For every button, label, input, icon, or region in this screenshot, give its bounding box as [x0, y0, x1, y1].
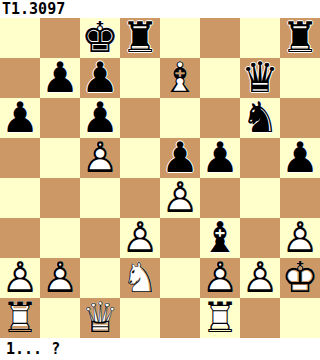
move-prompt: 1... ? [0, 338, 320, 360]
square-h4[interactable] [280, 178, 320, 218]
square-h6[interactable] [280, 98, 320, 138]
square-f7[interactable] [200, 58, 240, 98]
white-king-piece: ♚♔ [280, 258, 320, 298]
square-c7[interactable]: ♟ [80, 58, 120, 98]
square-d4[interactable] [120, 178, 160, 218]
square-d6[interactable] [120, 98, 160, 138]
square-h3[interactable]: ♟♙ [280, 218, 320, 258]
piece-outline-glyph: ♙ [80, 138, 120, 178]
black-pawn-piece: ♟ [80, 98, 120, 138]
piece-glyph: ♟ [280, 138, 320, 178]
square-e6[interactable] [160, 98, 200, 138]
square-c2[interactable] [80, 258, 120, 298]
white-rook-piece: ♜♖ [0, 298, 40, 338]
piece-outline-glyph: ♙ [280, 218, 320, 258]
square-e8[interactable] [160, 18, 200, 58]
square-e5[interactable]: ♟ [160, 138, 200, 178]
piece-outline-glyph: ♙ [120, 218, 160, 258]
black-pawn-piece: ♟ [160, 138, 200, 178]
square-b5[interactable] [40, 138, 80, 178]
square-g5[interactable] [240, 138, 280, 178]
square-h7[interactable] [280, 58, 320, 98]
square-g4[interactable] [240, 178, 280, 218]
black-pawn-piece: ♟ [280, 138, 320, 178]
piece-glyph: ♜ [120, 18, 160, 58]
square-f1[interactable]: ♜♖ [200, 298, 240, 338]
square-d2[interactable]: ♞♘ [120, 258, 160, 298]
piece-outline-glyph: ♙ [160, 178, 200, 218]
square-a1[interactable]: ♜♖ [0, 298, 40, 338]
square-a5[interactable] [0, 138, 40, 178]
black-bishop-piece: ♝ [200, 218, 240, 258]
black-rook-piece: ♜ [120, 18, 160, 58]
square-c3[interactable] [80, 218, 120, 258]
square-g8[interactable] [240, 18, 280, 58]
square-h2[interactable]: ♚♔ [280, 258, 320, 298]
square-c4[interactable] [80, 178, 120, 218]
square-h1[interactable] [280, 298, 320, 338]
black-knight-piece: ♞ [240, 98, 280, 138]
piece-glyph: ♟ [80, 98, 120, 138]
square-e7[interactable]: ♝♗ [160, 58, 200, 98]
square-b1[interactable] [40, 298, 80, 338]
piece-outline-glyph: ♙ [40, 258, 80, 298]
square-e2[interactable] [160, 258, 200, 298]
white-pawn-piece: ♟♙ [40, 258, 80, 298]
puzzle-id: T1.3097 [0, 0, 320, 18]
chess-diagram: T1.3097 ♚♜♜♟♟♝♗♛♟♟♞♟♙♟♟♟♟♙♟♙♝♟♙♟♙♟♙♞♘♟♙♟… [0, 0, 320, 360]
square-a6[interactable]: ♟ [0, 98, 40, 138]
square-g1[interactable] [240, 298, 280, 338]
piece-glyph: ♟ [160, 138, 200, 178]
white-pawn-piece: ♟♙ [280, 218, 320, 258]
square-c1[interactable]: ♛♕ [80, 298, 120, 338]
square-e4[interactable]: ♟♙ [160, 178, 200, 218]
piece-glyph: ♚ [80, 18, 120, 58]
square-d7[interactable] [120, 58, 160, 98]
square-f3[interactable]: ♝ [200, 218, 240, 258]
square-f5[interactable]: ♟ [200, 138, 240, 178]
square-c6[interactable]: ♟ [80, 98, 120, 138]
square-b6[interactable] [40, 98, 80, 138]
black-pawn-piece: ♟ [40, 58, 80, 98]
square-c8[interactable]: ♚ [80, 18, 120, 58]
square-g6[interactable]: ♞ [240, 98, 280, 138]
black-king-piece: ♚ [80, 18, 120, 58]
square-h8[interactable]: ♜ [280, 18, 320, 58]
black-pawn-piece: ♟ [200, 138, 240, 178]
square-d8[interactable]: ♜ [120, 18, 160, 58]
square-b3[interactable] [40, 218, 80, 258]
square-a4[interactable] [0, 178, 40, 218]
square-b2[interactable]: ♟♙ [40, 258, 80, 298]
piece-glyph: ♛ [240, 58, 280, 98]
square-g7[interactable]: ♛ [240, 58, 280, 98]
white-pawn-piece: ♟♙ [160, 178, 200, 218]
white-bishop-piece: ♝♗ [160, 58, 200, 98]
piece-glyph: ♞ [240, 98, 280, 138]
square-a2[interactable]: ♟♙ [0, 258, 40, 298]
piece-glyph: ♟ [40, 58, 80, 98]
black-queen-piece: ♛ [240, 58, 280, 98]
piece-outline-glyph: ♖ [0, 298, 40, 338]
piece-outline-glyph: ♕ [80, 298, 120, 338]
white-pawn-piece: ♟♙ [120, 218, 160, 258]
piece-outline-glyph: ♗ [160, 58, 200, 98]
piece-glyph: ♝ [200, 218, 240, 258]
square-f8[interactable] [200, 18, 240, 58]
square-b4[interactable] [40, 178, 80, 218]
square-e3[interactable] [160, 218, 200, 258]
black-pawn-piece: ♟ [0, 98, 40, 138]
piece-glyph: ♟ [200, 138, 240, 178]
square-d1[interactable] [120, 298, 160, 338]
piece-outline-glyph: ♙ [200, 258, 240, 298]
square-d3[interactable]: ♟♙ [120, 218, 160, 258]
square-a7[interactable] [0, 58, 40, 98]
square-a8[interactable] [0, 18, 40, 58]
piece-outline-glyph: ♔ [280, 258, 320, 298]
square-e1[interactable] [160, 298, 200, 338]
white-queen-piece: ♛♕ [80, 298, 120, 338]
white-pawn-piece: ♟♙ [200, 258, 240, 298]
square-c5[interactable]: ♟♙ [80, 138, 120, 178]
white-knight-piece: ♞♘ [120, 258, 160, 298]
white-rook-piece: ♜♖ [200, 298, 240, 338]
square-b8[interactable] [40, 18, 80, 58]
piece-glyph: ♜ [280, 18, 320, 58]
black-rook-piece: ♜ [280, 18, 320, 58]
square-f6[interactable] [200, 98, 240, 138]
piece-glyph: ♟ [0, 98, 40, 138]
piece-outline-glyph: ♙ [0, 258, 40, 298]
square-a3[interactable] [0, 218, 40, 258]
white-pawn-piece: ♟♙ [0, 258, 40, 298]
black-pawn-piece: ♟ [80, 58, 120, 98]
white-pawn-piece: ♟♙ [80, 138, 120, 178]
square-f4[interactable] [200, 178, 240, 218]
piece-outline-glyph: ♘ [120, 258, 160, 298]
square-g2[interactable]: ♟♙ [240, 258, 280, 298]
piece-glyph: ♟ [80, 58, 120, 98]
square-d5[interactable] [120, 138, 160, 178]
piece-outline-glyph: ♖ [200, 298, 240, 338]
square-b7[interactable]: ♟ [40, 58, 80, 98]
chess-board: ♚♜♜♟♟♝♗♛♟♟♞♟♙♟♟♟♟♙♟♙♝♟♙♟♙♟♙♞♘♟♙♟♙♚♔♜♖♛♕♜… [0, 18, 320, 338]
piece-outline-glyph: ♙ [240, 258, 280, 298]
white-pawn-piece: ♟♙ [240, 258, 280, 298]
square-g3[interactable] [240, 218, 280, 258]
square-f2[interactable]: ♟♙ [200, 258, 240, 298]
square-h5[interactable]: ♟ [280, 138, 320, 178]
